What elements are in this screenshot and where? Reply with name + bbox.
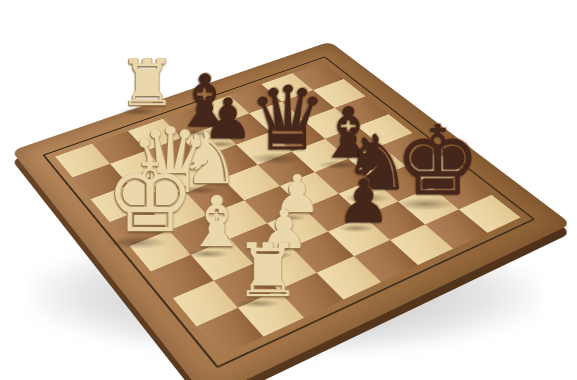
king-glyph: ♚ [105, 147, 195, 247]
black-pawn-e2[interactable]: ♟ [337, 171, 391, 231]
black-king-g2[interactable]: ♚ [395, 113, 481, 209]
pawn-glyph: ♟ [337, 171, 391, 231]
white-rook-b1[interactable]: ♜ [235, 233, 301, 307]
photo-canvas: ♜♝♟♛♝♞♞♛♚♟♟♚♝♟♜ [0, 0, 577, 380]
white-rook-c8[interactable]: ♜ [118, 51, 175, 115]
rook-glyph: ♜ [235, 233, 301, 307]
black-queen-e5[interactable]: ♛ [249, 75, 328, 163]
rook-glyph: ♜ [118, 51, 175, 115]
king-glyph: ♚ [395, 113, 481, 209]
queen-glyph: ♛ [249, 75, 328, 163]
white-king-a4[interactable]: ♚ [105, 147, 195, 247]
